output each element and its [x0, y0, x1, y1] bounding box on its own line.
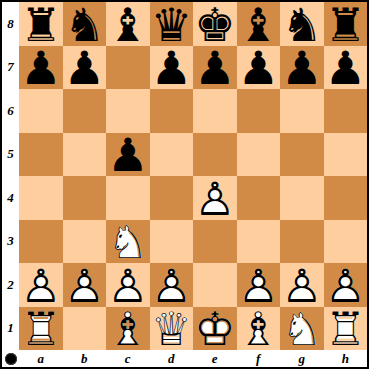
- square-h5[interactable]: [324, 133, 368, 177]
- square-h1[interactable]: ♜♖: [324, 307, 368, 351]
- piece-black-pawn[interactable]: ♟: [324, 47, 368, 91]
- square-e3[interactable]: [193, 220, 237, 264]
- square-f5[interactable]: [237, 133, 281, 177]
- piece-black-pawn[interactable]: ♟: [106, 134, 150, 178]
- rank-label-6: 6: [2, 89, 19, 133]
- square-e1[interactable]: ♚♔: [193, 307, 237, 351]
- square-c8[interactable]: ♝: [106, 2, 150, 46]
- rank-label-1: 1: [2, 307, 19, 351]
- piece-black-knight[interactable]: ♞: [63, 3, 107, 47]
- black-to-move-indicator-icon: [5, 353, 17, 365]
- piece-white-knight[interactable]: ♘: [106, 221, 150, 265]
- square-e2[interactable]: [193, 263, 237, 307]
- rank-label-5: 5: [2, 133, 19, 177]
- square-c6[interactable]: [106, 89, 150, 133]
- square-d2[interactable]: ♟♙: [150, 263, 194, 307]
- file-label-b: b: [63, 350, 107, 367]
- square-d5[interactable]: [150, 133, 194, 177]
- rank-label-2: 2: [2, 263, 19, 307]
- piece-white-rook[interactable]: ♖: [19, 308, 63, 352]
- piece-white-rook[interactable]: ♖: [324, 308, 368, 352]
- square-f3[interactable]: [237, 220, 281, 264]
- square-b5[interactable]: [63, 133, 107, 177]
- square-d8[interactable]: ♛: [150, 2, 194, 46]
- square-g4[interactable]: [280, 176, 324, 220]
- rank-label-8: 8: [2, 2, 19, 46]
- piece-black-pawn[interactable]: ♟: [193, 47, 237, 91]
- square-b2[interactable]: ♟♙: [63, 263, 107, 307]
- piece-white-pawn[interactable]: ♙: [19, 264, 63, 308]
- square-e5[interactable]: [193, 133, 237, 177]
- square-f1[interactable]: ♝♗: [237, 307, 281, 351]
- square-d1[interactable]: ♛♕: [150, 307, 194, 351]
- file-label-d: d: [150, 350, 194, 367]
- rank-label-4: 4: [2, 176, 19, 220]
- square-c3[interactable]: ♞♘: [106, 220, 150, 264]
- square-a8[interactable]: ♜: [19, 2, 63, 46]
- square-a3[interactable]: [19, 220, 63, 264]
- piece-white-pawn[interactable]: ♙: [106, 264, 150, 308]
- square-a1[interactable]: ♜♖: [19, 307, 63, 351]
- square-g3[interactable]: [280, 220, 324, 264]
- square-g1[interactable]: ♞♘: [280, 307, 324, 351]
- piece-white-pawn[interactable]: ♙: [63, 264, 107, 308]
- square-g5[interactable]: [280, 133, 324, 177]
- square-a2[interactable]: ♟♙: [19, 263, 63, 307]
- piece-black-rook[interactable]: ♜: [19, 3, 63, 47]
- square-b6[interactable]: [63, 89, 107, 133]
- piece-black-bishop[interactable]: ♝: [237, 3, 281, 47]
- piece-black-queen[interactable]: ♛: [150, 3, 194, 47]
- square-a4[interactable]: [19, 176, 63, 220]
- square-f8[interactable]: ♝: [237, 2, 281, 46]
- chess-diagram: ♜♞♝♛♚♝♞♜♟♟♟♟♟♟♟♟♟♙♞♘♟♙♟♙♟♙♟♙♟♙♟♙♟♙♜♖♝♗♛♕…: [0, 0, 369, 369]
- square-e6[interactable]: [193, 89, 237, 133]
- square-d3[interactable]: [150, 220, 194, 264]
- rank-labels: 87654321: [2, 2, 19, 350]
- square-b3[interactable]: [63, 220, 107, 264]
- piece-black-rook[interactable]: ♜: [324, 3, 368, 47]
- piece-black-pawn[interactable]: ♟: [19, 47, 63, 91]
- square-c2[interactable]: ♟♙: [106, 263, 150, 307]
- square-c4[interactable]: [106, 176, 150, 220]
- piece-black-king[interactable]: ♚: [193, 3, 237, 47]
- piece-white-queen[interactable]: ♕: [150, 308, 194, 352]
- square-d7[interactable]: ♟: [150, 46, 194, 90]
- piece-black-pawn[interactable]: ♟: [280, 47, 324, 91]
- square-h2[interactable]: ♟♙: [324, 263, 368, 307]
- square-h7[interactable]: ♟: [324, 46, 368, 90]
- square-d4[interactable]: [150, 176, 194, 220]
- square-f7[interactable]: ♟: [237, 46, 281, 90]
- piece-white-pawn[interactable]: ♙: [280, 264, 324, 308]
- square-b8[interactable]: ♞: [63, 2, 107, 46]
- square-c7[interactable]: [106, 46, 150, 90]
- square-g7[interactable]: ♟: [280, 46, 324, 90]
- square-b4[interactable]: [63, 176, 107, 220]
- square-a6[interactable]: [19, 89, 63, 133]
- square-f4[interactable]: [237, 176, 281, 220]
- square-g8[interactable]: ♞: [280, 2, 324, 46]
- piece-white-pawn[interactable]: ♙: [237, 264, 281, 308]
- piece-black-pawn[interactable]: ♟: [237, 47, 281, 91]
- piece-white-pawn[interactable]: ♙: [150, 264, 194, 308]
- piece-white-king[interactable]: ♔: [193, 308, 237, 352]
- square-e8[interactable]: ♚: [193, 2, 237, 46]
- square-f6[interactable]: [237, 89, 281, 133]
- square-e4[interactable]: ♟♙: [193, 176, 237, 220]
- square-a5[interactable]: [19, 133, 63, 177]
- square-f2[interactable]: ♟♙: [237, 263, 281, 307]
- piece-black-bishop[interactable]: ♝: [106, 3, 150, 47]
- piece-white-pawn[interactable]: ♙: [324, 264, 368, 308]
- square-h4[interactable]: [324, 176, 368, 220]
- square-b7[interactable]: ♟: [63, 46, 107, 90]
- piece-white-knight[interactable]: ♘: [280, 308, 324, 352]
- square-d6[interactable]: [150, 89, 194, 133]
- file-label-c: c: [106, 350, 150, 367]
- piece-white-pawn[interactable]: ♙: [193, 177, 237, 221]
- piece-white-bishop[interactable]: ♗: [106, 308, 150, 352]
- square-b1[interactable]: [63, 307, 107, 351]
- turn-indicator-area: [2, 350, 19, 367]
- square-c1[interactable]: ♝♗: [106, 307, 150, 351]
- file-label-g: g: [280, 350, 324, 367]
- square-h3[interactable]: [324, 220, 368, 264]
- square-h8[interactable]: ♜: [324, 2, 368, 46]
- square-e7[interactable]: ♟: [193, 46, 237, 90]
- piece-white-bishop[interactable]: ♗: [237, 308, 281, 352]
- square-c5[interactable]: ♟: [106, 133, 150, 177]
- piece-black-pawn[interactable]: ♟: [150, 47, 194, 91]
- board: ♜♞♝♛♚♝♞♜♟♟♟♟♟♟♟♟♟♙♞♘♟♙♟♙♟♙♟♙♟♙♟♙♟♙♜♖♝♗♛♕…: [19, 2, 367, 350]
- file-label-e: e: [193, 350, 237, 367]
- square-h6[interactable]: [324, 89, 368, 133]
- rank-label-3: 3: [2, 220, 19, 264]
- rank-label-7: 7: [2, 46, 19, 90]
- square-a7[interactable]: ♟: [19, 46, 63, 90]
- square-g6[interactable]: [280, 89, 324, 133]
- piece-black-pawn[interactable]: ♟: [63, 47, 107, 91]
- file-labels: abcdefgh: [19, 350, 367, 367]
- piece-black-knight[interactable]: ♞: [280, 3, 324, 47]
- file-label-h: h: [324, 350, 368, 367]
- file-label-f: f: [237, 350, 281, 367]
- square-g2[interactable]: ♟♙: [280, 263, 324, 307]
- file-label-a: a: [19, 350, 63, 367]
